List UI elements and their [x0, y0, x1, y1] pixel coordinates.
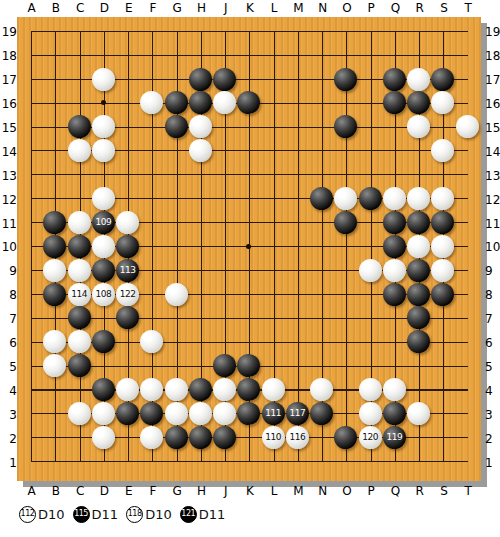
row-label-right: 5: [485, 360, 500, 374]
black-stone-G2: [165, 426, 188, 449]
move-number-C8: 114: [71, 290, 87, 299]
row-label-right: 3: [485, 408, 500, 422]
black-stone-H17: [189, 68, 212, 91]
black-stone-C15: [68, 115, 91, 138]
column-label-top: D: [95, 1, 113, 15]
row-label-left: 15: [0, 121, 17, 135]
column-label-top: Q: [386, 1, 404, 15]
column-label-top: B: [47, 1, 65, 15]
white-stone-D12: [92, 187, 115, 210]
row-label-right: 17: [485, 73, 500, 87]
black-stone-O17: [334, 68, 357, 91]
black-stone-S8: [431, 283, 454, 306]
black-stone-D6: [92, 330, 115, 353]
row-label-left: 4: [0, 384, 17, 398]
row-label-right: 19: [485, 25, 500, 39]
column-label-top: J: [217, 1, 235, 15]
caption-move-121-point: D11: [199, 507, 226, 522]
column-label-bottom: K: [241, 484, 259, 498]
black-stone-S17: [431, 68, 454, 91]
row-label-left: 14: [0, 145, 17, 159]
column-label-top: C: [71, 1, 89, 15]
caption-move-112-circle: 112: [19, 506, 36, 523]
column-label-bottom: R: [411, 484, 429, 498]
black-stone-G15: [165, 115, 188, 138]
black-stone-C5: [68, 354, 91, 377]
black-stone-E10: [116, 235, 139, 258]
black-stone-E7: [116, 306, 139, 329]
black-stone-H4: [189, 378, 212, 401]
black-stone-Q17: [383, 68, 406, 91]
black-stone-K5: [237, 354, 260, 377]
row-label-left: 16: [0, 97, 17, 111]
column-label-top: H: [192, 1, 210, 15]
column-label-bottom: C: [71, 484, 89, 498]
stone-layer: 109113114108122111117110116120119: [19, 19, 480, 473]
white-stone-T15: [456, 115, 479, 138]
column-label-bottom: O: [338, 484, 356, 498]
black-stone-J5: [213, 354, 236, 377]
white-stone-S16: [431, 91, 454, 114]
go-board[interactable]: 109113114108122111117110116120119: [17, 17, 481, 481]
row-label-right: 12: [485, 193, 500, 207]
white-stone-F4: [140, 378, 163, 401]
white-stone-S10: [431, 235, 454, 258]
white-stone-C9: [68, 259, 91, 282]
black-stone-F3: [140, 402, 163, 425]
white-stone-M2: 116: [286, 426, 309, 449]
column-label-bottom: P: [362, 484, 380, 498]
black-stone-O2: [334, 426, 357, 449]
white-stone-F2: [140, 426, 163, 449]
black-stone-R7: [407, 306, 430, 329]
column-label-bottom: L: [265, 484, 283, 498]
column-label-bottom: T: [459, 484, 477, 498]
black-stone-H2: [189, 426, 212, 449]
caption-move-112-point: D10: [38, 507, 65, 522]
row-label-left: 18: [0, 49, 17, 63]
black-stone-S11: [431, 211, 454, 234]
black-stone-D4: [92, 378, 115, 401]
move-caption: 112D10115D11118D10121D11: [19, 504, 233, 524]
move-number-L3: 111: [265, 409, 281, 418]
column-label-top: L: [265, 1, 283, 15]
white-stone-S9: [431, 259, 454, 282]
column-label-bottom: B: [47, 484, 65, 498]
move-number-L2: 110: [265, 433, 281, 442]
white-stone-J4: [213, 378, 236, 401]
white-stone-G8: [165, 283, 188, 306]
white-stone-N4: [310, 378, 333, 401]
column-label-bottom: Q: [386, 484, 404, 498]
move-number-D8: 108: [96, 290, 112, 299]
column-label-top: G: [168, 1, 186, 15]
row-label-left: 6: [0, 336, 17, 350]
row-label-left: 7: [0, 312, 17, 326]
white-stone-P9: [359, 259, 382, 282]
black-stone-O11: [334, 211, 357, 234]
white-stone-G3: [165, 402, 188, 425]
black-stone-M3: 117: [286, 402, 309, 425]
column-label-bottom: N: [314, 484, 332, 498]
white-stone-E8: 122: [116, 283, 139, 306]
row-label-left: 5: [0, 360, 17, 374]
black-stone-L3: 111: [262, 402, 285, 425]
white-stone-H3: [189, 402, 212, 425]
column-label-top: N: [314, 1, 332, 15]
white-stone-D2: [92, 426, 115, 449]
white-stone-S14: [431, 139, 454, 162]
white-stone-C11: [68, 211, 91, 234]
caption-move-118-point: D10: [145, 507, 172, 522]
caption-move-115-circle: 115: [73, 506, 90, 523]
white-stone-J16: [213, 91, 236, 114]
row-label-left: 3: [0, 408, 17, 422]
white-stone-B9: [43, 259, 66, 282]
white-stone-D8: 108: [92, 283, 115, 306]
column-label-bottom: J: [217, 484, 235, 498]
white-stone-R12: [407, 187, 430, 210]
row-label-right: 7: [485, 312, 500, 326]
row-label-right: 4: [485, 384, 500, 398]
move-number-P2: 120: [362, 433, 378, 442]
black-stone-R16: [407, 91, 430, 114]
row-label-right: 11: [485, 217, 500, 231]
black-stone-B11: [43, 211, 66, 234]
column-label-top: S: [435, 1, 453, 15]
column-label-bottom: F: [144, 484, 162, 498]
column-label-top: M: [289, 1, 307, 15]
row-label-left: 11: [0, 217, 17, 231]
black-stone-Q8: [383, 283, 406, 306]
white-stone-L4: [262, 378, 285, 401]
black-stone-N3: [310, 402, 333, 425]
black-stone-Q16: [383, 91, 406, 114]
column-label-bottom: G: [168, 484, 186, 498]
row-label-left: 17: [0, 73, 17, 87]
move-number-Q2: 119: [387, 433, 403, 442]
row-label-left: 10: [0, 240, 17, 254]
row-label-left: 19: [0, 25, 17, 39]
white-stone-H14: [189, 139, 212, 162]
black-stone-C7: [68, 306, 91, 329]
row-label-left: 2: [0, 432, 17, 446]
column-label-top: P: [362, 1, 380, 15]
white-stone-F6: [140, 330, 163, 353]
white-stone-J3: [213, 402, 236, 425]
black-stone-P12: [359, 187, 382, 210]
white-stone-P2: 120: [359, 426, 382, 449]
black-stone-J2: [213, 426, 236, 449]
move-number-M3: 117: [290, 409, 306, 418]
move-number-E9: 113: [120, 266, 136, 275]
white-stone-S12: [431, 187, 454, 210]
caption-move-118-circle: 118: [126, 506, 143, 523]
column-label-top: R: [411, 1, 429, 15]
column-label-top: A: [23, 1, 41, 15]
row-label-right: 2: [485, 432, 500, 446]
white-stone-B6: [43, 330, 66, 353]
black-stone-R8: [407, 283, 430, 306]
black-stone-Q11: [383, 211, 406, 234]
white-stone-D14: [92, 139, 115, 162]
caption-move-121-circle: 121: [180, 506, 197, 523]
row-label-left: 12: [0, 193, 17, 207]
white-stone-Q4: [383, 378, 406, 401]
white-stone-D17: [92, 68, 115, 91]
white-stone-C8: 114: [68, 283, 91, 306]
column-label-bottom: H: [192, 484, 210, 498]
black-stone-C10: [68, 235, 91, 258]
row-label-left: 13: [0, 169, 17, 183]
row-label-right: 13: [485, 169, 500, 183]
column-label-bottom: E: [120, 484, 138, 498]
black-stone-N12: [310, 187, 333, 210]
row-label-right: 10: [485, 240, 500, 254]
white-stone-R10: [407, 235, 430, 258]
black-stone-B8: [43, 283, 66, 306]
column-label-top: E: [120, 1, 138, 15]
black-stone-J17: [213, 68, 236, 91]
black-stone-Q10: [383, 235, 406, 258]
white-stone-R3: [407, 402, 430, 425]
row-label-right: 8: [485, 288, 500, 302]
black-stone-Q3: [383, 402, 406, 425]
move-number-E8: 122: [120, 290, 136, 299]
row-label-right: 1: [485, 456, 500, 470]
caption-move-115-point: D11: [92, 507, 119, 522]
black-stone-R11: [407, 211, 430, 234]
column-label-bottom: M: [289, 484, 307, 498]
white-stone-R15: [407, 115, 430, 138]
black-stone-R6: [407, 330, 430, 353]
black-stone-H16: [189, 91, 212, 114]
row-label-right: 15: [485, 121, 500, 135]
black-stone-E9: 113: [116, 259, 139, 282]
white-stone-Q9: [383, 259, 406, 282]
black-stone-E3: [116, 402, 139, 425]
column-label-top: F: [144, 1, 162, 15]
white-stone-E4: [116, 378, 139, 401]
column-label-bottom: A: [23, 484, 41, 498]
row-label-left: 1: [0, 456, 17, 470]
white-stone-D15: [92, 115, 115, 138]
black-stone-D11: 109: [92, 211, 115, 234]
column-label-bottom: D: [95, 484, 113, 498]
black-stone-D9: [92, 259, 115, 282]
row-label-left: 9: [0, 264, 17, 278]
row-label-right: 9: [485, 264, 500, 278]
white-stone-F16: [140, 91, 163, 114]
go-diagram-page: 109113114108122111117110116120119 ABCDEF…: [0, 0, 500, 537]
black-stone-B10: [43, 235, 66, 258]
white-stone-H15: [189, 115, 212, 138]
column-label-top: T: [459, 1, 477, 15]
white-stone-E11: [116, 211, 139, 234]
row-label-right: 18: [485, 49, 500, 63]
black-stone-K3: [237, 402, 260, 425]
white-stone-R17: [407, 68, 430, 91]
black-stone-K4: [237, 378, 260, 401]
white-stone-D10: [92, 235, 115, 258]
white-stone-L2: 110: [262, 426, 285, 449]
black-stone-R9: [407, 259, 430, 282]
row-label-right: 16: [485, 97, 500, 111]
row-label-right: 14: [485, 145, 500, 159]
move-number-M2: 116: [290, 433, 306, 442]
white-stone-G4: [165, 378, 188, 401]
move-number-D11: 109: [96, 218, 112, 227]
white-stone-C3: [68, 402, 91, 425]
column-label-top: K: [241, 1, 259, 15]
white-stone-C6: [68, 330, 91, 353]
white-stone-B5: [43, 354, 66, 377]
white-stone-P3: [359, 402, 382, 425]
row-label-left: 8: [0, 288, 17, 302]
column-label-top: O: [338, 1, 356, 15]
black-stone-Q2: 119: [383, 426, 406, 449]
column-label-bottom: S: [435, 484, 453, 498]
white-stone-C14: [68, 139, 91, 162]
black-stone-G16: [165, 91, 188, 114]
row-label-right: 6: [485, 336, 500, 350]
white-stone-O12: [334, 187, 357, 210]
white-stone-D3: [92, 402, 115, 425]
black-stone-O15: [334, 115, 357, 138]
white-stone-P4: [359, 378, 382, 401]
white-stone-Q12: [383, 187, 406, 210]
black-stone-K16: [237, 91, 260, 114]
